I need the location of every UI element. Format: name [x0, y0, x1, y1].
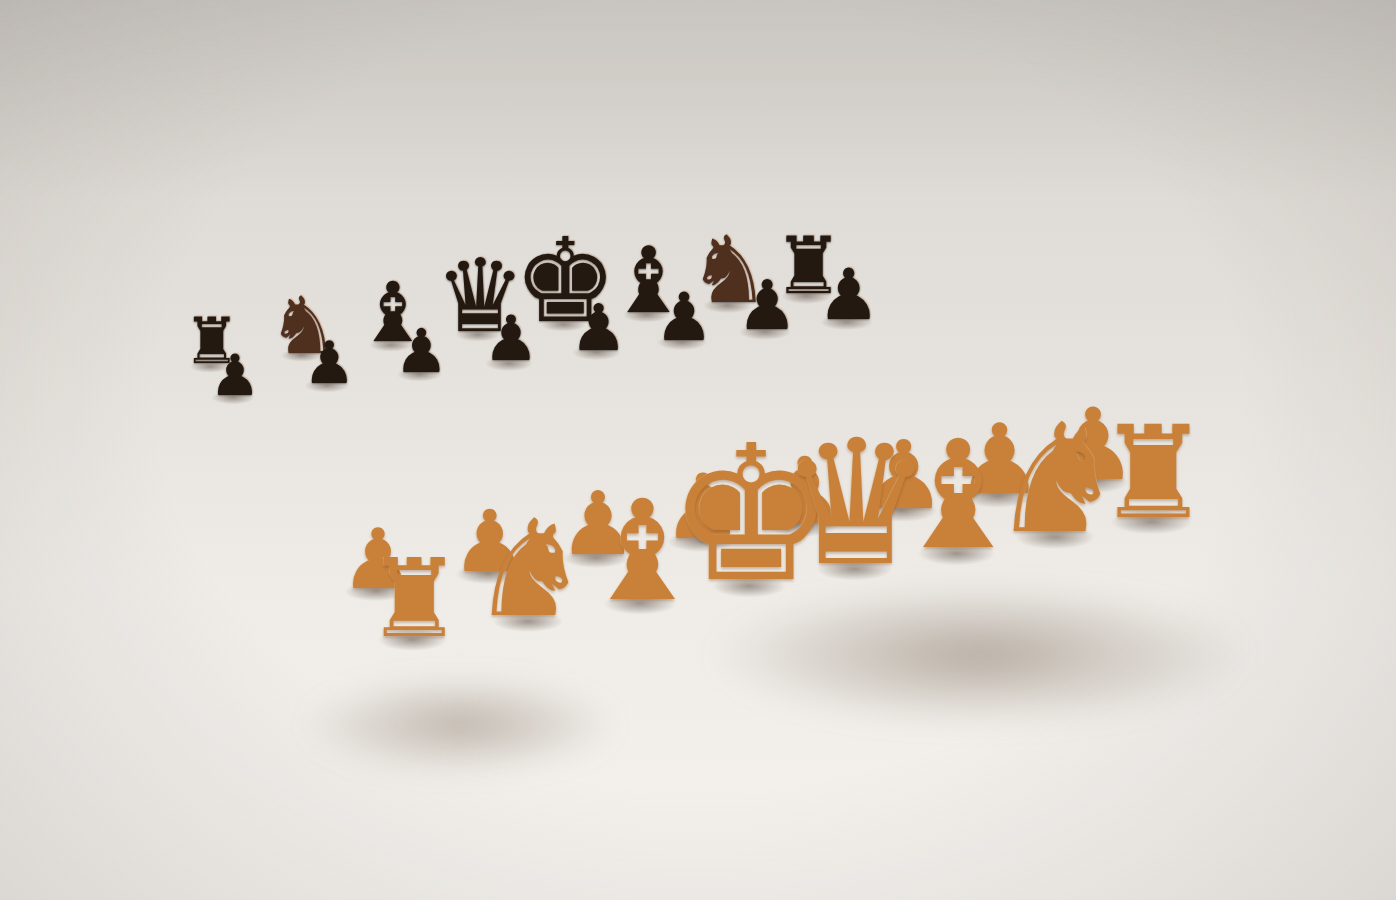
piece-shadow [1039, 466, 1143, 498]
square-c8 [336, 326, 452, 365]
piece-black-pawn-d7: ♟ [483, 308, 539, 371]
square-g5 [786, 370, 917, 413]
board-cast-shadow-near [250, 660, 670, 790]
piece-white-pawn-g2: ♟ [956, 411, 1043, 508]
square-d7 [451, 344, 572, 385]
piece-shadow [563, 342, 631, 363]
piece-shadow [694, 295, 761, 316]
piece-shadow [810, 311, 884, 334]
piece-white-knight-g1: ♞ [989, 404, 1125, 555]
square-b8 [246, 336, 361, 376]
square-g4 [829, 401, 966, 447]
piece-shadow [947, 481, 1049, 512]
piece-black-pawn-h7: ♟ [817, 260, 880, 330]
square-b3 [383, 503, 525, 560]
board-squares [155, 279, 1233, 676]
fold-seam-playing-area [246, 388, 1003, 493]
square-d4 [550, 438, 686, 488]
square-a7 [176, 376, 295, 420]
square-e4 [646, 425, 783, 474]
piece-shadow [698, 570, 800, 601]
piece-black-pawn-g7: ♟ [737, 272, 798, 340]
square-c3 [487, 488, 629, 544]
piece-white-pawn-d2: ♟ [663, 463, 744, 553]
square-c6 [390, 384, 515, 429]
piece-shadow [802, 553, 907, 585]
square-c5 [420, 416, 550, 464]
square-e8 [508, 307, 624, 344]
square-g1 [980, 509, 1137, 567]
piece-shadow [182, 358, 238, 375]
square-h6 [828, 331, 954, 370]
square-a6 [198, 408, 322, 455]
square-f6 [660, 351, 786, 392]
square-h2 [1019, 457, 1169, 509]
square-a4 [247, 478, 382, 533]
board-cast-shadow-right [620, 560, 1340, 750]
square-a5 [222, 442, 351, 493]
square-g8 [672, 288, 789, 323]
piece-shadow [590, 588, 690, 619]
board-border [94, 261, 1326, 719]
square-h7 [788, 304, 909, 341]
square-g2 [926, 470, 1076, 524]
square-c7 [362, 354, 482, 396]
square-d2 [629, 513, 778, 572]
square-e3 [687, 461, 830, 514]
square-f5 [698, 381, 829, 425]
piece-shadow [443, 560, 533, 587]
piece-shadow [647, 332, 717, 353]
piece-black-bishop-c8: ♝ [356, 272, 430, 355]
piece-white-pawn-b2: ♟ [452, 499, 529, 584]
piece-shadow [772, 285, 841, 306]
piece-shadow [550, 544, 642, 572]
piece-black-pawn-f7: ♟ [654, 284, 714, 350]
piece-shadow [903, 537, 1010, 570]
square-d5 [515, 404, 646, 451]
square-b1 [453, 589, 609, 657]
photo-scene: ♜♞♝♛♚♝♞♜♟♟♟♟♟♟♟♟♟♟♟♟♟♟♟♟♜♞♝♚♛♝♞♜ [0, 0, 1396, 900]
square-f4 [739, 413, 876, 460]
square-b4 [351, 464, 487, 517]
piece-black-rook-h8: ♜ [773, 227, 844, 306]
piece-black-queen-d8: ♛ [435, 246, 526, 347]
square-f3 [782, 447, 925, 498]
piece-white-pawn-c2: ♟ [559, 481, 638, 569]
piece-white-rook-h1: ♜ [1096, 409, 1211, 537]
square-f8 [591, 297, 708, 333]
piece-black-pawn-e7: ♟ [570, 296, 628, 360]
piece-shadow [654, 527, 748, 556]
square-b5 [322, 429, 452, 478]
square-g7 [707, 314, 828, 352]
piece-white-bishop-f1: ♝ [891, 421, 1025, 571]
square-e1 [779, 539, 936, 601]
piece-shadow [365, 625, 460, 654]
square-b6 [295, 396, 420, 442]
piece-shadow [476, 353, 542, 373]
square-c1 [565, 572, 722, 638]
piece-black-king-e8: ♚ [513, 223, 617, 339]
square-f7 [624, 323, 745, 362]
square-e5 [608, 393, 739, 438]
piece-shadow [273, 347, 331, 365]
piece-black-pawn-c7: ♟ [394, 321, 448, 382]
piece-white-pawn-f2: ♟ [861, 428, 946, 523]
piece-shadow [614, 305, 679, 325]
square-h8 [751, 279, 868, 314]
square-g3 [876, 435, 1019, 485]
piece-black-rook-a8: ♜ [183, 311, 240, 375]
fold-seam [192, 383, 1051, 502]
square-b2 [416, 544, 565, 606]
piece-black-knight-g8: ♞ [688, 224, 771, 317]
square-a2 [305, 560, 453, 624]
square-d1 [674, 555, 831, 619]
square-e7 [539, 333, 660, 373]
piece-shadow [852, 496, 951, 526]
piece-shadow [332, 578, 419, 605]
board-edge [94, 270, 1326, 728]
square-g6 [745, 341, 871, 381]
square-h5 [871, 359, 1003, 401]
piece-shadow [479, 607, 576, 637]
piece-shadow [1095, 505, 1208, 540]
board-patina-overlay [155, 279, 1233, 676]
piece-white-bishop-c1: ♝ [580, 481, 705, 620]
square-d8 [423, 316, 539, 354]
square-c4 [452, 451, 588, 503]
piece-white-king-d1: ♚ [667, 421, 835, 609]
piece-shadow [361, 336, 420, 354]
pieces-layer: ♜♞♝♛♚♝♞♜♟♟♟♟♟♟♟♟♟♟♟♟♟♟♟♟♜♞♝♚♛♝♞♜ [0, 0, 1396, 900]
square-b7 [270, 365, 390, 408]
border-trim-line [152, 278, 1241, 679]
piece-black-bishop-f8: ♝ [607, 235, 689, 326]
square-e2 [731, 499, 881, 556]
square-a1 [338, 606, 494, 676]
piece-white-queen-e1: ♛ [779, 417, 934, 590]
square-a3 [275, 517, 416, 576]
piece-shadow [729, 321, 801, 343]
square-h4 [917, 389, 1054, 434]
piece-shadow [203, 388, 263, 406]
piece-shadow [296, 376, 358, 395]
piece-shadow [388, 365, 452, 384]
piece-white-pawn-a2: ♟ [341, 518, 416, 601]
piece-white-pawn-h2: ♟ [1048, 395, 1137, 494]
piece-black-knight-b8: ♞ [268, 286, 339, 365]
piece-shadow [447, 325, 508, 344]
piece-shadow [754, 511, 851, 541]
piece-shadow [532, 315, 595, 334]
square-d6 [482, 373, 607, 416]
piece-white-knight-b1: ♞ [470, 504, 590, 638]
piece-black-pawn-a7: ♟ [209, 347, 260, 404]
square-a8 [155, 346, 270, 387]
piece-white-rook-a1: ♜ [366, 545, 463, 653]
photo-vignette [0, 0, 1396, 900]
square-f1 [881, 524, 1038, 584]
piece-white-pawn-e2: ♟ [763, 445, 846, 537]
piece-shadow [1000, 520, 1110, 554]
square-h1 [1076, 494, 1233, 550]
square-d3 [588, 474, 731, 528]
square-c2 [524, 528, 673, 588]
square-f2 [830, 484, 980, 539]
square-e6 [572, 362, 698, 404]
piece-black-pawn-b7: ♟ [303, 334, 356, 393]
square-h3 [966, 422, 1109, 470]
